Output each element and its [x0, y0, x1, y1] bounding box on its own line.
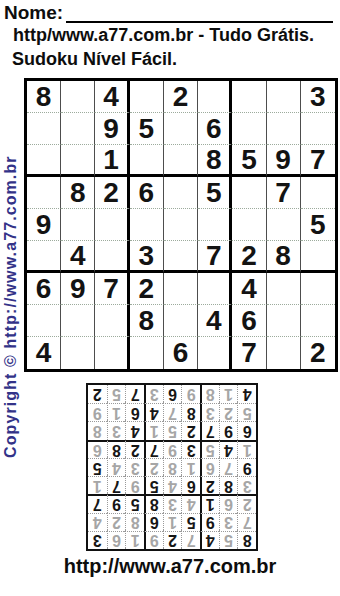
solution-cell-r6c5: 9 — [163, 440, 182, 458]
name-row: Nome: — [4, 2, 333, 24]
cell-r7c9[interactable] — [301, 273, 335, 305]
cell-r8c4: 8 — [130, 305, 164, 337]
solution-cell-r7c5: 5 — [163, 421, 182, 439]
solution-cell-r1c6: 9 — [144, 531, 163, 549]
solution-cell-r2c8: 2 — [107, 513, 126, 531]
cell-r4c1[interactable] — [27, 177, 61, 209]
solution-cell-r9c8: 5 — [107, 385, 126, 403]
solution-cell-r6c9: 6 — [88, 440, 107, 458]
solution-cell-r8c5: 7 — [163, 403, 182, 421]
cell-r7c1: 6 — [27, 273, 61, 305]
solution-cell-r8c7: 6 — [125, 403, 144, 421]
solution-cell-r3c3: 1 — [200, 494, 219, 512]
solution-cell-r2c5: 1 — [163, 513, 182, 531]
solution-cell-r3c6: 8 — [144, 494, 163, 512]
solution-cell-r4c5: 4 — [163, 476, 182, 494]
solution-cell-r9c5: 6 — [163, 385, 182, 403]
solution-cell-r8c8: 1 — [107, 403, 126, 421]
cell-r2c5[interactable] — [164, 113, 198, 145]
solution-cell-r7c7: 4 — [125, 421, 144, 439]
name-underline-field[interactable] — [66, 2, 333, 23]
cell-r6c2: 4 — [61, 241, 95, 273]
cell-r5c4[interactable] — [130, 209, 164, 241]
solution-cell-r5c4: 1 — [181, 458, 200, 476]
cell-r2c1[interactable] — [27, 113, 61, 145]
solution-cell-r7c6: 1 — [144, 421, 163, 439]
solution-cell-r2c1: 7 — [237, 513, 256, 531]
cell-r8c7: 6 — [232, 305, 266, 337]
solution-cell-r1c4: 7 — [181, 531, 200, 549]
cell-r8c6: 4 — [198, 305, 232, 337]
cell-r1c7[interactable] — [232, 81, 266, 113]
cell-r8c9[interactable] — [301, 305, 335, 337]
solution-cell-r9c1: 4 — [237, 385, 256, 403]
cell-r9c8[interactable] — [267, 337, 301, 369]
solution-cell-r9c6: 3 — [144, 385, 163, 403]
cell-r8c1[interactable] — [27, 305, 61, 337]
cell-r2c7[interactable] — [232, 113, 266, 145]
solution-cell-r5c2: 7 — [219, 458, 238, 476]
sudoku-solution-grid: 8547291637395168242614385973826459719761… — [86, 383, 258, 551]
solution-cell-r3c9: 7 — [88, 494, 107, 512]
sudoku-puzzle-grid: 842395618597826579543728697248464672 — [24, 78, 338, 372]
cell-r9c5: 6 — [164, 337, 198, 369]
solution-cell-r8c2: 2 — [219, 403, 238, 421]
cell-r9c4[interactable] — [130, 337, 164, 369]
cell-r7c3: 7 — [95, 273, 129, 305]
cell-r2c3: 9 — [95, 113, 129, 145]
solution-cell-r7c2: 9 — [219, 421, 238, 439]
solution-cell-r1c7: 1 — [125, 531, 144, 549]
solution-cell-r4c6: 5 — [144, 476, 163, 494]
footer-url: http://www.a77.com.br — [0, 555, 340, 578]
cell-r6c8: 8 — [267, 241, 301, 273]
cell-r6c6: 7 — [198, 241, 232, 273]
solution-cell-r7c9: 8 — [88, 421, 107, 439]
difficulty-title: Sudoku Nível Fácil. — [12, 49, 177, 70]
solution-cell-r4c3: 2 — [200, 476, 219, 494]
solution-cell-r6c4: 3 — [181, 440, 200, 458]
cell-r6c1[interactable] — [27, 241, 61, 273]
solution-cell-r4c4: 6 — [181, 476, 200, 494]
solution-cell-r8c9: 9 — [88, 403, 107, 421]
cell-r5c8[interactable] — [267, 209, 301, 241]
cell-r3c7: 5 — [232, 145, 266, 177]
cell-r7c2: 9 — [61, 273, 95, 305]
solution-cell-r8c1: 5 — [237, 403, 256, 421]
cell-r9c2[interactable] — [61, 337, 95, 369]
site-title: http/www.a77.com.br - Tudo Grátis. — [13, 25, 314, 46]
solution-cell-r5c1: 9 — [237, 458, 256, 476]
cell-r9c9: 2 — [301, 337, 335, 369]
cell-r2c6: 6 — [198, 113, 232, 145]
cell-r3c4[interactable] — [130, 145, 164, 177]
cell-r1c6[interactable] — [198, 81, 232, 113]
cell-r3c6: 8 — [198, 145, 232, 177]
cell-r7c6[interactable] — [198, 273, 232, 305]
solution-cell-r6c3: 5 — [200, 440, 219, 458]
cell-r4c3: 2 — [95, 177, 129, 209]
cell-r9c1: 4 — [27, 337, 61, 369]
copyright-vertical-text: Copyright © http://www.a77.com.br — [2, 155, 20, 458]
cell-r1c5: 2 — [164, 81, 198, 113]
cell-r5c6[interactable] — [198, 209, 232, 241]
solution-cell-r1c5: 2 — [163, 531, 182, 549]
cell-r5c7[interactable] — [232, 209, 266, 241]
solution-cell-r1c1: 8 — [237, 531, 256, 549]
solution-cell-r3c1: 2 — [237, 494, 256, 512]
cell-r1c4[interactable] — [130, 81, 164, 113]
solution-cell-r5c8: 4 — [107, 458, 126, 476]
solution-cell-r5c9: 5 — [88, 458, 107, 476]
cell-r1c8[interactable] — [267, 81, 301, 113]
solution-cell-r2c2: 3 — [219, 513, 238, 531]
cell-r3c3: 1 — [95, 145, 129, 177]
solution-cell-r6c6: 7 — [144, 440, 163, 458]
cell-r3c8: 9 — [267, 145, 301, 177]
solution-cell-r1c9: 3 — [88, 531, 107, 549]
cell-r5c9: 5 — [301, 209, 335, 241]
solution-cell-r7c3: 7 — [200, 421, 219, 439]
cell-r6c7: 2 — [232, 241, 266, 273]
solution-cell-r9c3: 8 — [200, 385, 219, 403]
solution-cell-r1c8: 6 — [107, 531, 126, 549]
cell-r4c2: 8 — [61, 177, 95, 209]
solution-cell-r6c8: 8 — [107, 440, 126, 458]
solution-cell-r4c9: 1 — [88, 476, 107, 494]
cell-r7c7: 4 — [232, 273, 266, 305]
cell-r7c5[interactable] — [164, 273, 198, 305]
solution-cell-r4c2: 8 — [219, 476, 238, 494]
solution-cell-r3c4: 4 — [181, 494, 200, 512]
solution-cell-r2c6: 6 — [144, 513, 163, 531]
cell-r7c4: 2 — [130, 273, 164, 305]
cell-r4c8: 7 — [267, 177, 301, 209]
cell-r9c6[interactable] — [198, 337, 232, 369]
cell-r1c9: 3 — [301, 81, 335, 113]
cell-r4c6: 5 — [198, 177, 232, 209]
solution-cell-r9c2: 1 — [219, 385, 238, 403]
solution-cell-r4c8: 7 — [107, 476, 126, 494]
name-label: Nome: — [4, 2, 63, 24]
cell-r2c2[interactable] — [61, 113, 95, 145]
solution-cell-r7c8: 3 — [107, 421, 126, 439]
cell-r2c8[interactable] — [267, 113, 301, 145]
cell-r9c3[interactable] — [95, 337, 129, 369]
solution-cell-r4c1: 3 — [237, 476, 256, 494]
solution-cell-r3c7: 5 — [125, 494, 144, 512]
solution-cell-r5c6: 2 — [144, 458, 163, 476]
cell-r9c7: 7 — [232, 337, 266, 369]
cell-r4c9[interactable] — [301, 177, 335, 209]
solution-cell-r1c3: 4 — [200, 531, 219, 549]
solution-cell-r2c7: 8 — [125, 513, 144, 531]
cell-r6c4: 3 — [130, 241, 164, 273]
solution-cell-r9c4: 9 — [181, 385, 200, 403]
solution-cell-r3c2: 6 — [219, 494, 238, 512]
solution-cell-r3c5: 3 — [163, 494, 182, 512]
solution-cell-r6c1: 1 — [237, 440, 256, 458]
solution-cell-r7c1: 6 — [237, 421, 256, 439]
cell-r8c3[interactable] — [95, 305, 129, 337]
solution-cell-r6c2: 4 — [219, 440, 238, 458]
cell-r1c1: 8 — [27, 81, 61, 113]
solution-cell-r8c3: 3 — [200, 403, 219, 421]
cell-r3c5[interactable] — [164, 145, 198, 177]
cell-r5c5[interactable] — [164, 209, 198, 241]
sudoku-worksheet-page: Nome: http/www.a77.com.br - Tudo Grátis.… — [0, 0, 340, 596]
cell-r3c2[interactable] — [61, 145, 95, 177]
cell-r7c8[interactable] — [267, 273, 301, 305]
solution-cell-r4c7: 9 — [125, 476, 144, 494]
cell-r8c5[interactable] — [164, 305, 198, 337]
cell-r3c9: 7 — [301, 145, 335, 177]
solution-cell-r8c4: 8 — [181, 403, 200, 421]
cell-r6c9[interactable] — [301, 241, 335, 273]
cell-r4c4: 6 — [130, 177, 164, 209]
solution-cell-r1c2: 5 — [219, 531, 238, 549]
cell-r5c2[interactable] — [61, 209, 95, 241]
cell-r1c2[interactable] — [61, 81, 95, 113]
solution-cell-r2c3: 9 — [200, 513, 219, 531]
solution-cell-r5c7: 3 — [125, 458, 144, 476]
cell-r8c2[interactable] — [61, 305, 95, 337]
cell-r2c9[interactable] — [301, 113, 335, 145]
solution-cell-r2c4: 5 — [181, 513, 200, 531]
cell-r4c5[interactable] — [164, 177, 198, 209]
cell-r6c3[interactable] — [95, 241, 129, 273]
cell-r5c3[interactable] — [95, 209, 129, 241]
cell-r2c4: 5 — [130, 113, 164, 145]
solution-cell-r9c9: 2 — [88, 385, 107, 403]
cell-r8c8[interactable] — [267, 305, 301, 337]
cell-r1c3: 4 — [95, 81, 129, 113]
solution-cell-r9c7: 7 — [125, 385, 144, 403]
solution-cell-r2c9: 4 — [88, 513, 107, 531]
solution-cell-r5c3: 6 — [200, 458, 219, 476]
solution-cell-r3c8: 9 — [107, 494, 126, 512]
cell-r3c1[interactable] — [27, 145, 61, 177]
solution-cell-r6c7: 2 — [125, 440, 144, 458]
solution-cell-r7c4: 2 — [181, 421, 200, 439]
solution-cell-r8c6: 4 — [144, 403, 163, 421]
solution-cell-r5c5: 8 — [163, 458, 182, 476]
cell-r4c7[interactable] — [232, 177, 266, 209]
cell-r6c5[interactable] — [164, 241, 198, 273]
cell-r5c1: 9 — [27, 209, 61, 241]
